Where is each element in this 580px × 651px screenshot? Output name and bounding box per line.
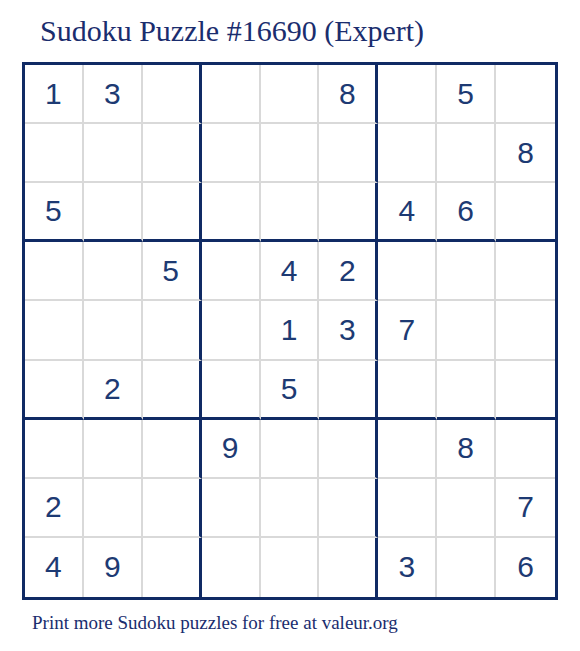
cell-r4c4[interactable] [202, 242, 261, 301]
cell-r7c2[interactable] [84, 420, 143, 479]
cell-r5c7: 7 [378, 301, 437, 360]
cell-r3c8: 6 [437, 183, 496, 242]
cell-r5c2[interactable] [84, 301, 143, 360]
cell-r8c3[interactable] [143, 479, 202, 538]
cell-r8c1: 2 [25, 479, 84, 538]
cell-r8c6[interactable] [319, 479, 378, 538]
cell-r6c8[interactable] [437, 361, 496, 420]
cell-r9c3[interactable] [143, 538, 202, 597]
cell-r1c9[interactable] [496, 65, 555, 124]
cell-r2c7[interactable] [378, 124, 437, 183]
cell-r1c1: 1 [25, 65, 84, 124]
cell-r9c8[interactable] [437, 538, 496, 597]
cell-r5c3[interactable] [143, 301, 202, 360]
cell-r1c5[interactable] [261, 65, 320, 124]
cell-r3c2[interactable] [84, 183, 143, 242]
cell-r6c9[interactable] [496, 361, 555, 420]
cell-r6c6[interactable] [319, 361, 378, 420]
cell-r1c8: 5 [437, 65, 496, 124]
cell-r8c8[interactable] [437, 479, 496, 538]
cell-r1c3[interactable] [143, 65, 202, 124]
cell-r6c7[interactable] [378, 361, 437, 420]
cell-r5c8[interactable] [437, 301, 496, 360]
cell-r6c1[interactable] [25, 361, 84, 420]
cell-r9c9: 6 [496, 538, 555, 597]
cell-r8c4[interactable] [202, 479, 261, 538]
cell-r3c6[interactable] [319, 183, 378, 242]
cell-r4c6: 2 [319, 242, 378, 301]
cell-r9c6[interactable] [319, 538, 378, 597]
cell-r7c3[interactable] [143, 420, 202, 479]
cell-r5c9[interactable] [496, 301, 555, 360]
cell-r4c2[interactable] [84, 242, 143, 301]
cell-r5c4[interactable] [202, 301, 261, 360]
cell-r4c1[interactable] [25, 242, 84, 301]
cell-r2c9: 8 [496, 124, 555, 183]
cell-r7c5[interactable] [261, 420, 320, 479]
cell-r3c3[interactable] [143, 183, 202, 242]
cell-r4c9[interactable] [496, 242, 555, 301]
cell-r7c8: 8 [437, 420, 496, 479]
cell-r2c6[interactable] [319, 124, 378, 183]
cell-r2c4[interactable] [202, 124, 261, 183]
cell-r9c7: 3 [378, 538, 437, 597]
cell-r2c5[interactable] [261, 124, 320, 183]
cell-r3c1: 5 [25, 183, 84, 242]
cell-r2c3[interactable] [143, 124, 202, 183]
cell-r6c4[interactable] [202, 361, 261, 420]
cell-r9c4[interactable] [202, 538, 261, 597]
cell-r3c4[interactable] [202, 183, 261, 242]
cell-r1c6: 8 [319, 65, 378, 124]
cell-r7c6[interactable] [319, 420, 378, 479]
cell-r8c2[interactable] [84, 479, 143, 538]
cell-r3c5[interactable] [261, 183, 320, 242]
cell-r1c4[interactable] [202, 65, 261, 124]
cell-r2c1[interactable] [25, 124, 84, 183]
cell-r1c2: 3 [84, 65, 143, 124]
cell-r8c9: 7 [496, 479, 555, 538]
cell-r4c5: 4 [261, 242, 320, 301]
cell-r7c1[interactable] [25, 420, 84, 479]
cell-r7c4: 9 [202, 420, 261, 479]
cell-r5c5: 1 [261, 301, 320, 360]
cell-r8c7[interactable] [378, 479, 437, 538]
page-title: Sudoku Puzzle #16690 (Expert) [40, 14, 424, 48]
cell-r4c7[interactable] [378, 242, 437, 301]
cell-r9c1: 4 [25, 538, 84, 597]
sudoku-board: 138585465421372598274936 [22, 62, 558, 600]
cell-r3c7: 4 [378, 183, 437, 242]
cell-r5c6: 3 [319, 301, 378, 360]
footer-text: Print more Sudoku puzzles for free at va… [32, 612, 398, 634]
cell-r6c5: 5 [261, 361, 320, 420]
cell-r7c7[interactable] [378, 420, 437, 479]
cell-r5c1[interactable] [25, 301, 84, 360]
cell-r2c8[interactable] [437, 124, 496, 183]
cell-r4c8[interactable] [437, 242, 496, 301]
cell-r1c7[interactable] [378, 65, 437, 124]
cell-r6c3[interactable] [143, 361, 202, 420]
cell-r3c9[interactable] [496, 183, 555, 242]
cell-r2c2[interactable] [84, 124, 143, 183]
cell-r9c2: 9 [84, 538, 143, 597]
cell-r7c9[interactable] [496, 420, 555, 479]
cell-r6c2: 2 [84, 361, 143, 420]
cell-r8c5[interactable] [261, 479, 320, 538]
cell-r9c5[interactable] [261, 538, 320, 597]
cell-r4c3: 5 [143, 242, 202, 301]
